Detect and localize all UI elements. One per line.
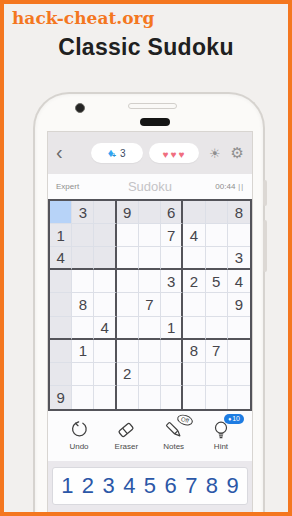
undo-icon [58, 419, 100, 441]
cell-r4c9[interactable]: 4 [228, 270, 250, 293]
gems-counter[interactable]: ♦ + 3 [91, 143, 143, 163]
cell-r5c9[interactable]: 9 [228, 293, 250, 316]
numpad-8[interactable]: 8 [206, 473, 218, 499]
cell-r6c4[interactable] [117, 317, 139, 340]
cell-r7c7[interactable]: 8 [183, 340, 205, 363]
cell-r3c1[interactable]: 4 [50, 247, 72, 270]
cell-r3c3[interactable] [94, 247, 116, 270]
numpad-2[interactable]: 2 [82, 473, 94, 499]
cell-r5c3[interactable] [94, 293, 116, 316]
cell-r8c8[interactable] [206, 363, 228, 386]
cell-r3c7[interactable] [183, 247, 205, 270]
badge-gem-icon: ♦ [228, 415, 231, 423]
cell-r1c4[interactable]: 9 [117, 201, 139, 224]
settings-icon[interactable]: ⚙ [231, 144, 244, 162]
cell-r5c8[interactable] [206, 293, 228, 316]
cell-r2c9[interactable] [228, 224, 250, 247]
cell-r3c2[interactable] [72, 247, 94, 270]
cell-r7c8[interactable]: 7 [206, 340, 228, 363]
cell-r2c4[interactable] [117, 224, 139, 247]
numpad-7[interactable]: 7 [185, 473, 197, 499]
cell-r6c5[interactable] [139, 317, 161, 340]
sudoku-board: 39681744332548794118729 [48, 199, 252, 411]
gem-plus-icon: + [112, 152, 116, 159]
cell-r8c1[interactable] [50, 363, 72, 386]
page-title: Classic Sudoku [4, 34, 288, 61]
cell-r5c6[interactable] [161, 293, 183, 316]
cell-r7c6[interactable] [161, 340, 183, 363]
heart-icon: ♥ [179, 149, 185, 160]
app-screen: ‹ ♦ + 3 ♥♥♥ ☀ ⚙ Expert Sudoku 00 [47, 131, 253, 516]
cell-r2c7[interactable]: 4 [183, 224, 205, 247]
difficulty-label: Expert [56, 182, 79, 191]
cell-r2c3[interactable] [94, 224, 116, 247]
undo-button[interactable]: Undo [58, 419, 100, 451]
cell-r4c2[interactable] [72, 270, 94, 293]
watermark: hack-cheat.org [12, 8, 154, 28]
cell-r4c8[interactable]: 5 [206, 270, 228, 293]
cell-r9c2[interactable] [72, 386, 94, 409]
toolbar: Undo Eraser [48, 411, 252, 461]
cell-r7c5[interactable] [139, 340, 161, 363]
cell-r4c6[interactable]: 3 [161, 270, 183, 293]
heart-icon: ♥ [163, 149, 169, 160]
numpad-3[interactable]: 3 [103, 473, 115, 499]
notes-button[interactable]: Off Notes [153, 419, 195, 451]
cell-r3c5[interactable] [139, 247, 161, 270]
cell-r8c2[interactable] [72, 363, 94, 386]
cell-r3c9[interactable]: 3 [228, 247, 250, 270]
cell-r2c1[interactable]: 1 [50, 224, 72, 247]
cell-r2c5[interactable] [139, 224, 161, 247]
brightness-icon[interactable]: ☀ [209, 146, 221, 161]
cell-r8c7[interactable] [183, 363, 205, 386]
notes-label: Notes [153, 442, 195, 451]
cell-r5c7[interactable] [183, 293, 205, 316]
cell-r5c2[interactable]: 8 [72, 293, 94, 316]
front-camera [75, 103, 85, 113]
cell-r6c2[interactable] [72, 317, 94, 340]
cell-r2c6[interactable]: 7 [161, 224, 183, 247]
cell-r7c4[interactable] [117, 340, 139, 363]
hearts-group: ♥♥♥ [162, 144, 186, 162]
cell-r8c4[interactable]: 2 [117, 363, 139, 386]
cell-r9c4[interactable] [117, 386, 139, 409]
cell-r3c6[interactable] [161, 247, 183, 270]
lives-counter[interactable]: ♥♥♥ [149, 143, 199, 163]
cell-r7c9[interactable] [228, 340, 250, 363]
cell-r7c1[interactable] [50, 340, 72, 363]
back-icon[interactable]: ‹ [56, 142, 63, 162]
cell-r5c5[interactable]: 7 [139, 293, 161, 316]
cell-r6c8[interactable] [206, 317, 228, 340]
power-button [263, 180, 267, 206]
cell-r6c7[interactable] [183, 317, 205, 340]
number-pad: 123456789 [52, 467, 248, 505]
cell-r6c3[interactable]: 4 [94, 317, 116, 340]
cell-r8c3[interactable] [94, 363, 116, 386]
cell-r1c3[interactable] [94, 201, 116, 224]
cell-r5c4[interactable] [117, 293, 139, 316]
cell-r7c3[interactable] [94, 340, 116, 363]
cell-r8c9[interactable] [228, 363, 250, 386]
cell-r9c8[interactable] [206, 386, 228, 409]
cell-r1c9[interactable]: 8 [228, 201, 250, 224]
cell-r4c4[interactable] [117, 270, 139, 293]
cell-r1c2[interactable]: 3 [72, 201, 94, 224]
hint-label: Hint [200, 442, 242, 451]
numpad-6[interactable]: 6 [164, 473, 176, 499]
cell-r8c5[interactable] [139, 363, 161, 386]
cell-r8c6[interactable] [161, 363, 183, 386]
cell-r1c8[interactable] [206, 201, 228, 224]
cell-r1c1[interactable] [50, 201, 72, 224]
cell-r9c9[interactable] [228, 386, 250, 409]
cell-r6c1[interactable] [50, 317, 72, 340]
cell-r9c1[interactable]: 9 [50, 386, 72, 409]
cell-r7c2[interactable]: 1 [72, 340, 94, 363]
phone-mockup: ‹ ♦ + 3 ♥♥♥ ☀ ⚙ Expert Sudoku 00 [33, 92, 265, 516]
cell-r9c6[interactable] [161, 386, 183, 409]
cell-r6c9[interactable] [228, 317, 250, 340]
cell-r6c6[interactable]: 1 [161, 317, 183, 340]
volume-button [263, 220, 267, 272]
game-panel: Expert Sudoku 00:44|| 396817443325487941… [48, 174, 252, 461]
hint-cost-badge: ♦10 [224, 414, 244, 424]
hint-button[interactable]: ♦10 Hint [200, 419, 242, 451]
cell-r9c7[interactable] [183, 386, 205, 409]
eraser-icon [105, 419, 147, 441]
undo-label: Undo [58, 442, 100, 451]
cell-r3c8[interactable] [206, 247, 228, 270]
eraser-label: Eraser [105, 442, 147, 451]
status-bar: Expert Sudoku 00:44|| [48, 174, 252, 199]
cell-r4c1[interactable] [50, 270, 72, 293]
screenshot-frame: hack-cheat.org Classic Sudoku ‹ ♦ + 3 ♥♥… [0, 0, 292, 516]
cell-r9c3[interactable] [94, 386, 116, 409]
numpad-5[interactable]: 5 [144, 473, 156, 499]
eraser-button[interactable]: Eraser [105, 419, 147, 451]
cell-r4c3[interactable] [94, 270, 116, 293]
cell-r5c1[interactable] [50, 293, 72, 316]
cell-r2c8[interactable] [206, 224, 228, 247]
pause-icon: || [238, 183, 244, 190]
app-header: ‹ ♦ + 3 ♥♥♥ ☀ ⚙ [48, 132, 252, 174]
numpad-9[interactable]: 9 [226, 473, 238, 499]
cell-r4c5[interactable] [139, 270, 161, 293]
heart-icon: ♥ [171, 149, 177, 160]
timer[interactable]: 00:44|| [215, 182, 244, 191]
cell-r1c5[interactable] [139, 201, 161, 224]
cell-r9c5[interactable] [139, 386, 161, 409]
cell-r2c2[interactable] [72, 224, 94, 247]
earpiece-speaker [128, 103, 177, 109]
cell-r4c7[interactable]: 2 [183, 270, 205, 293]
numpad-1[interactable]: 1 [61, 473, 73, 499]
speaker-slot [140, 118, 170, 126]
cell-r3c4[interactable] [117, 247, 139, 270]
numpad-4[interactable]: 4 [123, 473, 135, 499]
gems-count: 3 [120, 148, 126, 159]
cell-r1c7[interactable] [183, 201, 205, 224]
cell-r1c6[interactable]: 6 [161, 201, 183, 224]
